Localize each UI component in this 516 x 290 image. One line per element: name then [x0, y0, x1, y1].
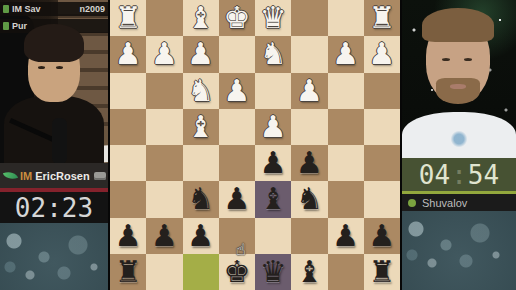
webcam-right	[402, 0, 516, 158]
square-b6[interactable]	[328, 181, 364, 217]
square-h6[interactable]	[110, 181, 146, 217]
square-f7[interactable]: ♟	[183, 218, 219, 254]
square-b1[interactable]	[328, 0, 364, 36]
square-b2[interactable]: ♟	[328, 36, 364, 72]
clock-minutes: 04	[419, 160, 450, 190]
square-h5[interactable]	[110, 145, 146, 181]
square-a6[interactable]	[364, 181, 400, 217]
square-g1[interactable]	[146, 0, 182, 36]
background-bokeh	[0, 223, 108, 290]
square-a7[interactable]: ♟	[364, 218, 400, 254]
flair-icon	[94, 172, 106, 180]
white-pawn-h2[interactable]: ♟	[115, 36, 142, 72]
square-c2[interactable]	[291, 36, 327, 72]
white-knight-d2[interactable]: ♞	[260, 36, 287, 72]
square-d1[interactable]: ♛	[255, 0, 291, 36]
black-queen-d8[interactable]: ♛	[260, 254, 287, 290]
square-e4[interactable]	[219, 109, 255, 145]
webcam-left: IM Sav n2009 Pur	[0, 0, 108, 163]
black-rook-a8[interactable]: ♜	[368, 254, 395, 290]
square-e5[interactable]	[219, 145, 255, 181]
square-f8[interactable]	[183, 254, 219, 290]
square-c6[interactable]: ♞	[291, 181, 327, 217]
background-bokeh	[402, 211, 516, 290]
square-g5[interactable]	[146, 145, 182, 181]
black-pawn-h7[interactable]: ♟	[115, 218, 142, 254]
square-h1[interactable]: ♜	[110, 0, 146, 36]
clock-shuvalov: 04:54	[402, 158, 516, 191]
square-a5[interactable]	[364, 145, 400, 181]
square-e8[interactable]: ♚	[219, 254, 255, 290]
square-c8[interactable]: ♝	[291, 254, 327, 290]
black-bishop-c8[interactable]: ♝	[296, 254, 323, 290]
square-h8[interactable]: ♜	[110, 254, 146, 290]
white-bishop-f1[interactable]: ♝	[187, 0, 214, 36]
black-pawn-c5[interactable]: ♟	[296, 145, 323, 181]
black-knight-f6[interactable]: ♞	[187, 181, 214, 217]
streamer-eye	[38, 66, 45, 69]
white-pawn-b2[interactable]: ♟	[332, 36, 359, 72]
square-f4[interactable]: ♝	[183, 109, 219, 145]
chat-text: Pur	[12, 21, 27, 31]
left-panel: IM Sav n2009 Pur IM EricRosen 02:23	[0, 0, 108, 290]
square-b4[interactable]	[328, 109, 364, 145]
stream-frame: IM Sav n2009 Pur IM EricRosen 02:23 ♜♝♚♛…	[0, 0, 516, 290]
white-king-e1[interactable]: ♚	[223, 0, 250, 36]
square-h2[interactable]: ♟	[110, 36, 146, 72]
square-g7[interactable]: ♟	[146, 218, 182, 254]
white-queen-d1[interactable]: ♛	[260, 0, 287, 36]
square-g2[interactable]: ♟	[146, 36, 182, 72]
chat-text: IM Sav	[12, 4, 41, 14]
black-bishop-d6[interactable]: ♝	[260, 181, 287, 217]
square-a2[interactable]: ♟	[364, 36, 400, 72]
square-g3[interactable]	[146, 73, 182, 109]
square-d7[interactable]	[255, 218, 291, 254]
square-h7[interactable]: ♟	[110, 218, 146, 254]
white-pawn-a2[interactable]: ♟	[368, 36, 395, 72]
square-c1[interactable]	[291, 0, 327, 36]
chat-badge-icon	[3, 5, 9, 13]
square-f5[interactable]	[183, 145, 219, 181]
square-d4[interactable]: ♟	[255, 109, 291, 145]
clock-ericrosen: 02:23	[0, 192, 108, 223]
player-bar-black-opponent: Shuvalov	[402, 194, 516, 211]
mouse-cursor: ☝	[236, 240, 246, 259]
chat-badge-icon	[3, 22, 9, 30]
square-b3[interactable]	[328, 73, 364, 109]
chessboard[interactable]: ♜♝♚♛♜♟♟♟♞♟♟♞♟♟♝♟♟♟♞♟♝♞♟♟♟♟♟♜♚♛♝♜	[110, 0, 400, 290]
square-b7[interactable]: ♟	[328, 218, 364, 254]
white-knight-f3[interactable]: ♞	[187, 73, 214, 109]
wing-icon	[3, 169, 18, 182]
square-f6[interactable]: ♞	[183, 181, 219, 217]
white-bishop-f4[interactable]: ♝	[187, 109, 214, 145]
square-d2[interactable]: ♞	[255, 36, 291, 72]
white-pawn-g2[interactable]: ♟	[151, 36, 178, 72]
black-knight-c6[interactable]: ♞	[296, 181, 323, 217]
square-c4[interactable]	[291, 109, 327, 145]
player-bar-white-streamer: IM EricRosen	[0, 163, 108, 188]
square-e3[interactable]: ♟	[219, 73, 255, 109]
streamer-hair	[24, 24, 84, 62]
square-g6[interactable]	[146, 181, 182, 217]
square-c7[interactable]	[291, 218, 327, 254]
square-f3[interactable]: ♞	[183, 73, 219, 109]
black-pawn-a7[interactable]: ♟	[368, 218, 395, 254]
square-e1[interactable]: ♚	[219, 0, 255, 36]
square-g8[interactable]	[146, 254, 182, 290]
chat-message: IM Sav n2009	[0, 2, 108, 16]
black-pawn-g7[interactable]: ♟	[151, 218, 178, 254]
chessboard-frame: ♜♝♚♛♜♟♟♟♞♟♟♞♟♟♝♟♟♟♞♟♝♞♟♟♟♟♟♜♚♛♝♜	[108, 0, 402, 290]
square-e2[interactable]	[219, 36, 255, 72]
chat-text: n2009	[79, 4, 105, 14]
shirt-print	[442, 126, 476, 152]
black-pawn-b7[interactable]: ♟	[332, 218, 359, 254]
white-rook-h1[interactable]: ♜	[115, 0, 142, 36]
square-b8[interactable]	[328, 254, 364, 290]
white-pawn-d4[interactable]: ♟	[260, 109, 287, 145]
streamer-eye	[56, 66, 63, 69]
square-d5[interactable]: ♟	[255, 145, 291, 181]
white-pawn-f2[interactable]: ♟	[187, 36, 214, 72]
black-king-e8[interactable]: ♚	[223, 254, 250, 290]
clock-seconds: 54	[468, 160, 499, 190]
player-name: EricRosen	[35, 170, 89, 182]
square-f2[interactable]: ♟	[183, 36, 219, 72]
online-status-icon	[408, 199, 416, 207]
square-a8[interactable]: ♜	[364, 254, 400, 290]
square-b5[interactable]	[328, 145, 364, 181]
square-h3[interactable]	[110, 73, 146, 109]
square-d3[interactable]	[255, 73, 291, 109]
opponent-beard	[436, 78, 480, 104]
player-title: IM	[20, 170, 32, 182]
white-pawn-e3[interactable]: ♟	[223, 73, 250, 109]
opponent-mouth	[450, 84, 466, 89]
square-c5[interactable]: ♟	[291, 145, 327, 181]
black-rook-h8[interactable]: ♜	[115, 254, 142, 290]
square-f1[interactable]: ♝	[183, 0, 219, 36]
square-c3[interactable]: ♟	[291, 73, 327, 109]
square-a3[interactable]	[364, 73, 400, 109]
white-pawn-c3[interactable]: ♟	[296, 73, 323, 109]
square-a1[interactable]: ♜	[364, 0, 400, 36]
square-d8[interactable]: ♛	[255, 254, 291, 290]
square-g4[interactable]	[146, 109, 182, 145]
microphone	[52, 118, 67, 163]
square-a4[interactable]	[364, 109, 400, 145]
black-pawn-e6[interactable]: ♟	[223, 181, 250, 217]
white-rook-a1[interactable]: ♜	[368, 0, 395, 36]
right-panel: 04:54 Shuvalov	[402, 0, 516, 290]
black-pawn-f7[interactable]: ♟	[187, 218, 214, 254]
square-e6[interactable]: ♟	[219, 181, 255, 217]
opponent-hair	[422, 8, 494, 42]
black-pawn-d5[interactable]: ♟	[260, 145, 287, 181]
opponent-eye	[464, 58, 472, 61]
clock-colon: :	[451, 160, 467, 190]
square-h4[interactable]	[110, 109, 146, 145]
square-d6[interactable]: ♝	[255, 181, 291, 217]
player-name: Shuvalov	[422, 197, 467, 209]
opponent-eye	[442, 58, 450, 61]
